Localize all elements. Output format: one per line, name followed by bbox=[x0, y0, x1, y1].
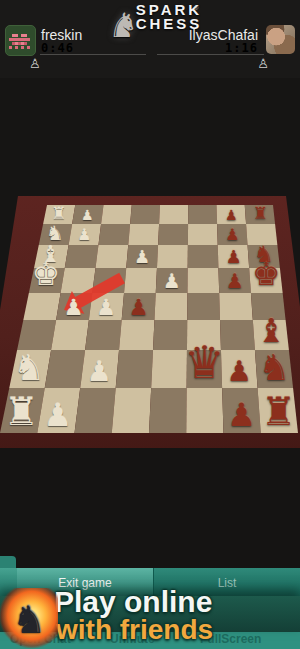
white-king[interactable]: ♚ bbox=[32, 259, 60, 291]
red-queen[interactable]: ♛ bbox=[184, 341, 224, 386]
white-pawn[interactable]: ♟ bbox=[77, 227, 91, 243]
flame-knight-icon: ♞ bbox=[12, 598, 46, 642]
banner-subtitle: with friends bbox=[56, 614, 213, 646]
flaming-knight-logo: ♞ bbox=[0, 588, 58, 649]
sparkchess-app: ♞ SPARK CHESS ® freskin 0:46 ♙ IlyasChaf… bbox=[0, 0, 300, 649]
red-pawn[interactable]: ♟ bbox=[225, 208, 238, 222]
white-knight[interactable]: ♞ bbox=[13, 350, 45, 386]
red-rook[interactable]: ♜ bbox=[261, 392, 296, 431]
red-pawn[interactable]: ♟ bbox=[225, 227, 239, 243]
lower-background bbox=[0, 448, 300, 568]
white-pawn[interactable]: ♟ bbox=[86, 358, 111, 386]
red-bishop[interactable]: ♝ bbox=[256, 315, 286, 348]
white-pawn[interactable]: ♟ bbox=[43, 399, 72, 431]
white-rook[interactable]: ♜ bbox=[3, 392, 38, 431]
red-pawn[interactable]: ♟ bbox=[129, 296, 149, 318]
white-pawn[interactable]: ♟ bbox=[81, 208, 94, 222]
red-pawn[interactable]: ♟ bbox=[225, 248, 241, 266]
red-pawn[interactable]: ♟ bbox=[226, 271, 244, 291]
red-knight[interactable]: ♞ bbox=[258, 350, 290, 386]
white-rook[interactable]: ♜ bbox=[51, 205, 66, 222]
red-rook[interactable]: ♜ bbox=[253, 205, 268, 222]
white-pawn[interactable]: ♟ bbox=[134, 248, 150, 266]
white-pawn[interactable]: ♟ bbox=[96, 296, 116, 318]
red-pawn[interactable]: ♟ bbox=[227, 399, 256, 431]
red-king[interactable]: ♚ bbox=[252, 259, 280, 291]
white-pawn[interactable]: ♟ bbox=[64, 296, 84, 318]
white-pawn[interactable]: ♟ bbox=[163, 271, 181, 291]
red-pawn[interactable]: ♟ bbox=[227, 358, 252, 386]
